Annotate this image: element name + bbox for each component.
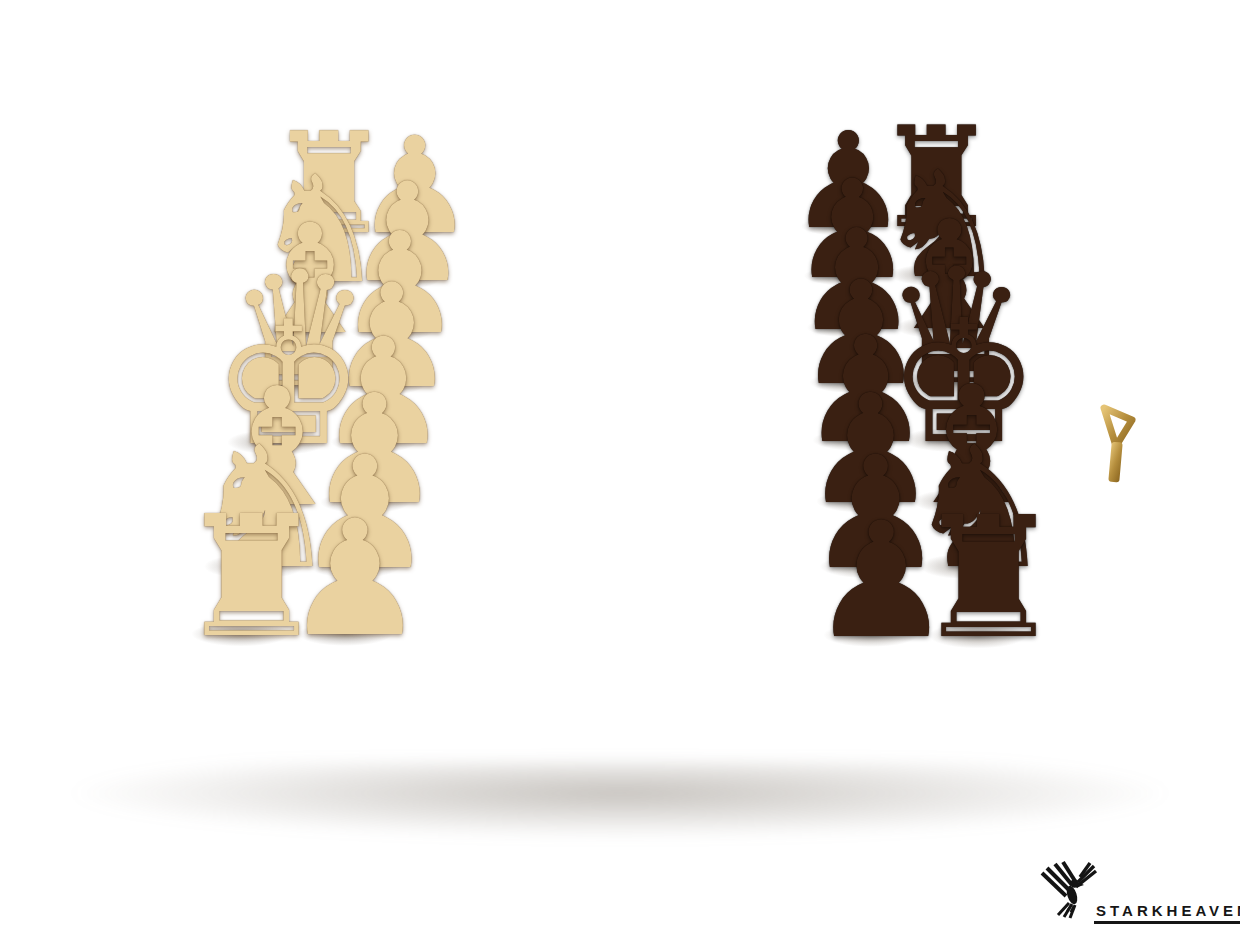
white-pawn: ♟ [283, 500, 426, 660]
square-c5 [626, 304, 719, 358]
square-f5 [620, 473, 721, 536]
brand-logo: STARKHEAVEN [1036, 856, 1240, 928]
square-b4 [538, 255, 630, 306]
square-d4 [529, 358, 626, 414]
square-f4 [519, 473, 622, 536]
square-a4 [542, 207, 631, 256]
brand-underline [1094, 921, 1240, 924]
black-rook: ♜ [913, 495, 1063, 662]
square-h5 [615, 602, 722, 673]
square-b5 [628, 254, 718, 305]
brass-latch [1082, 392, 1148, 488]
board-shadow [45, 762, 1195, 840]
eagle-icon [1038, 860, 1102, 920]
square-c4 [533, 305, 627, 359]
square-g4 [514, 536, 620, 602]
square-d5 [624, 357, 719, 414]
product-photo: ♜♟♟♜♞♟♟♞♝♟♟♝♛♟♟♛♚♟♟♚♝♟♟♝♞♟♟♞♜♟♟♜ [0, 0, 1240, 930]
square-e5 [622, 413, 720, 473]
square-e4 [524, 414, 624, 473]
fold-seam [608, 157, 636, 755]
square-a5 [629, 206, 717, 255]
square-h4 [508, 602, 617, 673]
square-g5 [617, 536, 721, 603]
brass-latch-icon [1082, 392, 1148, 488]
brand-name: STARKHEAVEN [1096, 902, 1240, 919]
